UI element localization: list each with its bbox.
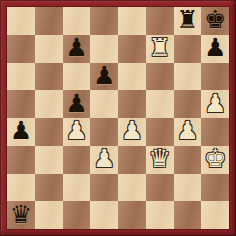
square-d8[interactable] xyxy=(90,7,118,35)
square-a2[interactable] xyxy=(7,174,35,202)
square-h8[interactable]: ♚ xyxy=(201,7,229,35)
square-a7[interactable] xyxy=(7,35,35,63)
chess-board: ♜♚♟♜♟♟♟♟♟♟♟♟♟♛♚♛ xyxy=(7,7,229,229)
square-d3[interactable]: ♟ xyxy=(90,146,118,174)
piece-black-pawn[interactable]: ♟ xyxy=(65,90,87,116)
square-d7[interactable] xyxy=(90,35,118,63)
square-a4[interactable]: ♟ xyxy=(7,118,35,146)
piece-white-pawn[interactable]: ♟ xyxy=(121,118,143,144)
square-h4[interactable] xyxy=(201,118,229,146)
square-g3[interactable] xyxy=(174,146,202,174)
square-b5[interactable] xyxy=(35,90,63,118)
square-h5[interactable]: ♟ xyxy=(201,90,229,118)
square-e1[interactable] xyxy=(118,201,146,229)
piece-white-pawn[interactable]: ♟ xyxy=(93,146,115,172)
square-b8[interactable] xyxy=(35,7,63,35)
square-c8[interactable] xyxy=(63,7,91,35)
square-e2[interactable] xyxy=(118,174,146,202)
square-a1[interactable]: ♛ xyxy=(7,201,35,229)
square-b1[interactable] xyxy=(35,201,63,229)
square-b3[interactable] xyxy=(35,146,63,174)
piece-black-pawn[interactable]: ♟ xyxy=(204,35,226,61)
square-f7[interactable]: ♜ xyxy=(146,35,174,63)
piece-black-pawn[interactable]: ♟ xyxy=(10,118,32,144)
square-e7[interactable] xyxy=(118,35,146,63)
piece-white-queen[interactable]: ♛ xyxy=(148,146,170,172)
square-c7[interactable]: ♟ xyxy=(63,35,91,63)
square-g5[interactable] xyxy=(174,90,202,118)
square-f4[interactable] xyxy=(146,118,174,146)
piece-white-pawn[interactable]: ♟ xyxy=(65,118,87,144)
square-h2[interactable] xyxy=(201,174,229,202)
square-c2[interactable] xyxy=(63,174,91,202)
square-c4[interactable]: ♟ xyxy=(63,118,91,146)
square-a8[interactable] xyxy=(7,7,35,35)
piece-white-rook[interactable]: ♜ xyxy=(148,35,170,61)
square-e3[interactable] xyxy=(118,146,146,174)
square-c6[interactable] xyxy=(63,63,91,91)
square-a5[interactable] xyxy=(7,90,35,118)
square-c3[interactable] xyxy=(63,146,91,174)
square-b2[interactable] xyxy=(35,174,63,202)
square-b4[interactable] xyxy=(35,118,63,146)
square-d4[interactable] xyxy=(90,118,118,146)
square-b6[interactable] xyxy=(35,63,63,91)
square-d6[interactable]: ♟ xyxy=(90,63,118,91)
square-b7[interactable] xyxy=(35,35,63,63)
square-e5[interactable] xyxy=(118,90,146,118)
square-e8[interactable] xyxy=(118,7,146,35)
square-g6[interactable] xyxy=(174,63,202,91)
square-g4[interactable]: ♟ xyxy=(174,118,202,146)
square-g2[interactable] xyxy=(174,174,202,202)
piece-black-rook[interactable]: ♜ xyxy=(176,7,198,33)
square-e6[interactable] xyxy=(118,63,146,91)
square-g8[interactable]: ♜ xyxy=(174,7,202,35)
piece-black-queen[interactable]: ♛ xyxy=(10,201,32,227)
square-e4[interactable]: ♟ xyxy=(118,118,146,146)
piece-black-king[interactable]: ♚ xyxy=(204,7,226,33)
square-d1[interactable] xyxy=(90,201,118,229)
square-f8[interactable] xyxy=(146,7,174,35)
square-d2[interactable] xyxy=(90,174,118,202)
square-f5[interactable] xyxy=(146,90,174,118)
square-a6[interactable] xyxy=(7,63,35,91)
square-f2[interactable] xyxy=(146,174,174,202)
square-c1[interactable] xyxy=(63,201,91,229)
piece-black-pawn[interactable]: ♟ xyxy=(65,35,87,61)
square-f3[interactable]: ♛ xyxy=(146,146,174,174)
square-f1[interactable] xyxy=(146,201,174,229)
square-h6[interactable] xyxy=(201,63,229,91)
square-c5[interactable]: ♟ xyxy=(63,90,91,118)
square-h3[interactable]: ♚ xyxy=(201,146,229,174)
square-g7[interactable] xyxy=(174,35,202,63)
board-frame: ♜♚♟♜♟♟♟♟♟♟♟♟♟♛♚♛ xyxy=(0,0,236,236)
square-g1[interactable] xyxy=(174,201,202,229)
square-a3[interactable] xyxy=(7,146,35,174)
square-h1[interactable] xyxy=(201,201,229,229)
square-d5[interactable] xyxy=(90,90,118,118)
piece-white-pawn[interactable]: ♟ xyxy=(204,90,226,116)
piece-black-pawn[interactable]: ♟ xyxy=(93,63,115,89)
square-f6[interactable] xyxy=(146,63,174,91)
square-h7[interactable]: ♟ xyxy=(201,35,229,63)
piece-white-pawn[interactable]: ♟ xyxy=(176,118,198,144)
piece-white-king[interactable]: ♚ xyxy=(204,146,226,172)
